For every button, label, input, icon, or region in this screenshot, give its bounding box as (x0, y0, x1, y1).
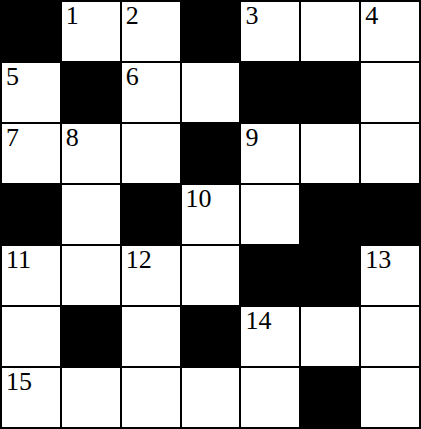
cell-r5c4[interactable] (182, 246, 240, 305)
cell-r7c4[interactable] (182, 368, 240, 427)
black-cell-r1c1 (2, 2, 60, 61)
black-cell-r6c2 (62, 307, 120, 366)
cell-r1c6[interactable] (301, 2, 359, 61)
black-cell-r4c7 (361, 185, 419, 244)
clue-number: 13 (365, 246, 391, 275)
clue-number: 2 (126, 2, 139, 31)
clue-number: 15 (6, 368, 32, 397)
cell-r1c3[interactable]: 2 (122, 2, 180, 61)
black-cell-r5c5 (241, 246, 299, 305)
cell-r3c5[interactable]: 9 (241, 124, 299, 183)
cell-r2c3[interactable]: 6 (122, 63, 180, 122)
cell-r2c1[interactable]: 5 (2, 63, 60, 122)
cell-r3c1[interactable]: 7 (2, 124, 60, 183)
cell-r7c2[interactable] (62, 368, 120, 427)
cell-r2c7[interactable] (361, 63, 419, 122)
black-cell-r2c6 (301, 63, 359, 122)
black-cell-r2c5 (241, 63, 299, 122)
clue-number: 14 (245, 307, 271, 336)
cell-r6c7[interactable] (361, 307, 419, 366)
cell-r5c7[interactable]: 13 (361, 246, 419, 305)
cell-r4c5[interactable] (241, 185, 299, 244)
black-cell-r1c4 (182, 2, 240, 61)
clue-number: 5 (6, 63, 19, 92)
black-cell-r4c3 (122, 185, 180, 244)
cell-r7c3[interactable] (122, 368, 180, 427)
cell-r6c3[interactable] (122, 307, 180, 366)
black-cell-r4c1 (2, 185, 60, 244)
cell-r1c5[interactable]: 3 (241, 2, 299, 61)
cell-r2c4[interactable] (182, 63, 240, 122)
cell-r6c6[interactable] (301, 307, 359, 366)
cell-r1c7[interactable]: 4 (361, 2, 419, 61)
black-cell-r2c2 (62, 63, 120, 122)
cell-r7c7[interactable] (361, 368, 419, 427)
cell-r3c2[interactable]: 8 (62, 124, 120, 183)
cell-r5c1[interactable]: 11 (2, 246, 60, 305)
cell-r6c5[interactable]: 14 (241, 307, 299, 366)
clue-number: 7 (6, 124, 19, 153)
black-cell-r7c6 (301, 368, 359, 427)
clue-number: 12 (126, 246, 152, 275)
clue-number: 3 (245, 2, 258, 31)
black-cell-r4c6 (301, 185, 359, 244)
clue-number: 6 (126, 63, 139, 92)
cell-r3c6[interactable] (301, 124, 359, 183)
cell-r1c2[interactable]: 1 (62, 2, 120, 61)
cell-r7c1[interactable]: 15 (2, 368, 60, 427)
black-cell-r6c4 (182, 307, 240, 366)
cell-r5c2[interactable] (62, 246, 120, 305)
black-cell-r3c4 (182, 124, 240, 183)
black-cell-r5c6 (301, 246, 359, 305)
cell-r6c1[interactable] (2, 307, 60, 366)
clue-number: 10 (186, 185, 212, 214)
cell-r7c5[interactable] (241, 368, 299, 427)
clue-number: 1 (66, 2, 79, 31)
clue-number: 11 (6, 246, 31, 275)
clue-number: 9 (245, 124, 258, 153)
cell-r3c7[interactable] (361, 124, 419, 183)
clue-number: 8 (66, 124, 79, 153)
cell-r3c3[interactable] (122, 124, 180, 183)
crossword-board: 123456789101112131415 (0, 0, 421, 429)
cell-r4c2[interactable] (62, 185, 120, 244)
cell-r4c4[interactable]: 10 (182, 185, 240, 244)
clue-number: 4 (365, 2, 378, 31)
cell-r5c3[interactable]: 12 (122, 246, 180, 305)
